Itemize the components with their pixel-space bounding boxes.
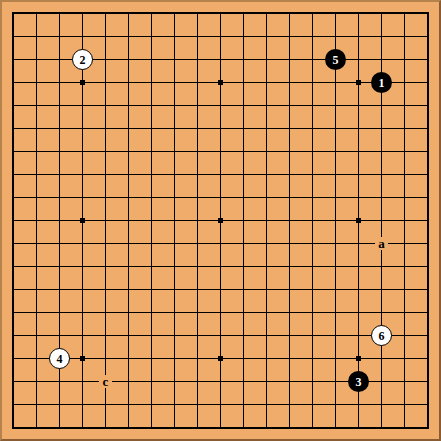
move-number: 3 bbox=[356, 376, 362, 388]
stone-black-3[interactable]: 3 bbox=[348, 371, 369, 392]
move-number: 4 bbox=[57, 353, 63, 365]
stone-white-4[interactable]: 4 bbox=[49, 348, 70, 369]
stone-white-2[interactable]: 2 bbox=[72, 49, 93, 70]
move-number: 2 bbox=[80, 54, 86, 66]
stone-white-6[interactable]: 6 bbox=[371, 325, 392, 346]
move-number: 5 bbox=[333, 54, 339, 66]
go-board[interactable]: 123456ac bbox=[0, 0, 441, 441]
stone-black-1[interactable]: 1 bbox=[371, 72, 392, 93]
point-label-c[interactable]: c bbox=[99, 375, 112, 388]
move-number: 1 bbox=[379, 77, 385, 89]
stone-black-5[interactable]: 5 bbox=[325, 49, 346, 70]
point-label-a[interactable]: a bbox=[375, 237, 388, 250]
stones-layer: 123456ac bbox=[2, 2, 439, 439]
move-number: 6 bbox=[379, 330, 385, 342]
